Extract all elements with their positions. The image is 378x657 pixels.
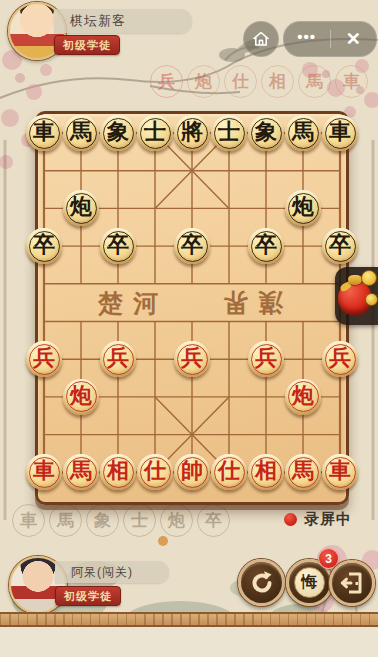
piece-glyph: 兵 (107, 347, 129, 369)
captured-slot-炮: 炮 (160, 504, 193, 537)
piece-glyph: 兵 (255, 347, 277, 369)
recording-label: 录屏中 (304, 510, 352, 529)
piece-red-炮[interactable]: 炮 (63, 379, 99, 415)
river-label-right: 漢界 (198, 288, 308, 318)
game-screen: 棋坛新客 初级学徒 ••• ✕ 兵炮仕相馬車 車馬象士炮卒 楚河 漢界 車馬象士… (0, 0, 378, 657)
exit-button[interactable] (329, 560, 375, 606)
exit-door-icon (339, 570, 365, 596)
piece-black-象[interactable]: 象 (248, 115, 284, 151)
piece-red-兵[interactable]: 兵 (248, 341, 284, 377)
piece-glyph: 士 (144, 121, 166, 143)
piece-glyph: 馬 (292, 121, 314, 143)
piece-glyph: 兵 (33, 347, 55, 369)
captured-slot-炮: 炮 (187, 65, 220, 98)
player-rank-badge: 初级学徒 (54, 35, 120, 55)
piece-glyph: 卒 (107, 234, 129, 256)
opponent-rank-badge: 初级学徒 (55, 586, 121, 606)
opponent-name: 阿呆(闯关) (55, 561, 169, 583)
piece-glyph: 帥 (181, 460, 203, 482)
piece-black-卒[interactable]: 卒 (248, 228, 284, 264)
piece-black-卒[interactable]: 卒 (26, 228, 62, 264)
piece-black-士[interactable]: 士 (137, 115, 173, 151)
captured-tray-black: 車馬象士炮卒 (12, 504, 230, 537)
captured-slot-仕: 仕 (224, 65, 257, 98)
piece-glyph: 車 (33, 460, 55, 482)
captured-slot-馬: 馬 (49, 504, 82, 537)
home-icon (251, 29, 271, 49)
close-button[interactable]: ✕ (331, 22, 377, 56)
piece-black-卒[interactable]: 卒 (174, 228, 210, 264)
piece-glyph: 相 (107, 460, 129, 482)
player-name: 棋坛新客 (54, 9, 192, 33)
piece-red-兵[interactable]: 兵 (100, 341, 136, 377)
piece-black-將[interactable]: 將 (174, 115, 210, 151)
captured-slot-馬: 馬 (298, 65, 331, 98)
home-button[interactable] (243, 21, 279, 57)
captured-slot-兵: 兵 (150, 65, 183, 98)
restart-icon (248, 569, 276, 597)
piece-black-馬[interactable]: 馬 (285, 115, 321, 151)
piece-glyph: 卒 (255, 234, 277, 256)
piece-black-士[interactable]: 士 (211, 115, 247, 151)
piece-glyph: 炮 (292, 385, 314, 407)
piece-glyph: 馬 (292, 460, 314, 482)
piece-glyph: 卒 (33, 234, 55, 256)
piece-black-卒[interactable]: 卒 (322, 228, 358, 264)
captured-slot-相: 相 (261, 65, 294, 98)
bottom-blank-area (0, 627, 378, 657)
piece-glyph: 相 (255, 460, 277, 482)
piece-glyph: 兵 (329, 347, 351, 369)
captured-slot-士: 士 (123, 504, 156, 537)
recording-indicator: 录屏中 (284, 510, 352, 529)
piece-red-車[interactable]: 車 (322, 454, 358, 490)
piece-red-炮[interactable]: 炮 (285, 379, 321, 415)
piece-glyph: 車 (329, 121, 351, 143)
captured-slot-象: 象 (86, 504, 119, 537)
undo-piece-icon: 悔 (294, 567, 325, 598)
gold-coin-small-icon (365, 293, 378, 306)
piece-glyph: 仕 (144, 460, 166, 482)
captured-slot-車: 車 (335, 65, 368, 98)
captured-slot-卒: 卒 (197, 504, 230, 537)
captured-tray-red: 兵炮仕相馬車 (150, 65, 368, 98)
piece-glyph: 炮 (292, 196, 314, 218)
piece-glyph: 卒 (329, 234, 351, 256)
piece-glyph: 炮 (70, 196, 92, 218)
piece-red-兵[interactable]: 兵 (174, 341, 210, 377)
record-dot-icon (284, 513, 297, 526)
piece-black-馬[interactable]: 馬 (63, 115, 99, 151)
river-label-left: 楚河 (73, 288, 183, 318)
decorative-border-strip (0, 612, 378, 627)
piece-glyph: 象 (255, 121, 277, 143)
piece-glyph: 士 (218, 121, 240, 143)
captured-slot-車: 車 (12, 504, 45, 537)
piece-glyph: 馬 (70, 121, 92, 143)
piece-glyph: 炮 (70, 385, 92, 407)
piece-glyph: 車 (33, 121, 55, 143)
piece-glyph: 卒 (181, 234, 203, 256)
piece-glyph: 兵 (181, 347, 203, 369)
piece-black-車[interactable]: 車 (26, 115, 62, 151)
gift-float-button[interactable] (335, 267, 378, 325)
piece-glyph: 馬 (70, 460, 92, 482)
system-capsule: ••• ✕ (283, 21, 377, 57)
gift-knot-icon (348, 275, 362, 285)
restart-button[interactable] (238, 559, 285, 606)
piece-glyph: 車 (329, 460, 351, 482)
piece-glyph: 將 (181, 121, 203, 143)
piece-glyph: 象 (107, 121, 129, 143)
piece-red-兵[interactable]: 兵 (322, 341, 358, 377)
piece-red-兵[interactable]: 兵 (26, 341, 62, 377)
xiangqi-board[interactable]: 楚河 漢界 車馬象士將士象馬車炮炮卒卒卒卒卒兵兵兵兵兵炮炮車馬相仕帥仕相馬車 (35, 111, 349, 505)
piece-black-象[interactable]: 象 (100, 115, 136, 151)
gold-coin-icon (361, 270, 377, 286)
more-button[interactable]: ••• (284, 19, 330, 59)
piece-black-卒[interactable]: 卒 (100, 228, 136, 264)
piece-glyph: 仕 (218, 460, 240, 482)
piece-black-車[interactable]: 車 (322, 115, 358, 151)
